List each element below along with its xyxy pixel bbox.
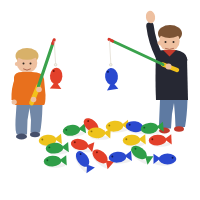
left-child-eye-left <box>23 63 25 65</box>
left-child-shoe-right <box>30 132 40 138</box>
floor-fish-layer <box>38 115 176 174</box>
left-fishing-line <box>54 41 55 64</box>
right-child-jeans <box>159 100 188 129</box>
scene <box>0 0 200 200</box>
right-line-clip <box>110 64 113 67</box>
left-child-upper-hand <box>36 87 42 93</box>
left-child <box>11 48 45 140</box>
left-child-eye-right <box>30 63 32 65</box>
scene-svg <box>0 0 200 200</box>
hooked-fish-blue[interactable] <box>104 67 119 90</box>
right-child-raised-hand <box>145 10 156 24</box>
right-child-hair-fringe <box>159 27 181 38</box>
floor-fish-yellow-10[interactable] <box>122 134 145 147</box>
right-child-shoe-right <box>174 126 184 132</box>
right-child-rod-hand <box>166 64 172 70</box>
fish-body <box>159 154 177 165</box>
floor-fish-red-11[interactable] <box>148 134 171 147</box>
fish-eye <box>172 157 174 159</box>
left-child-lower-hand <box>31 97 37 103</box>
floor-fish-blue-13[interactable] <box>72 149 95 175</box>
right-child-eye-left <box>165 41 167 43</box>
right-child <box>145 10 188 133</box>
left-child-hair-fringe <box>16 49 37 59</box>
left-line-clip <box>54 64 57 67</box>
left-child-shoe-left <box>16 134 27 140</box>
right-fishing-line <box>110 41 111 64</box>
right-child-eye-right <box>173 41 175 43</box>
floor-fish-green-12[interactable] <box>43 155 66 168</box>
floor-fish-red-9[interactable] <box>70 137 95 154</box>
floor-fish-green-1[interactable] <box>62 123 86 138</box>
left-child-left-hand <box>12 99 17 104</box>
hooked-fish-red[interactable] <box>49 67 63 89</box>
left-child-jeans <box>15 105 42 135</box>
floor-fish-blue-17[interactable] <box>154 154 177 166</box>
